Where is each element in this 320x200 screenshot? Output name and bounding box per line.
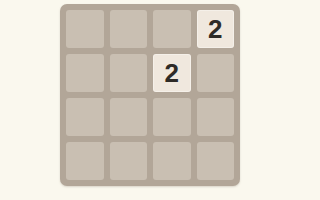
empty-cell-r2c0 xyxy=(66,98,104,136)
empty-cell-r1c3 xyxy=(197,54,235,92)
game-board-2048[interactable]: 22 xyxy=(60,4,240,186)
empty-cell-r1c0 xyxy=(66,54,104,92)
empty-cell-r1c1 xyxy=(110,54,148,92)
empty-cell-r0c2 xyxy=(153,10,191,48)
empty-cell-r3c3 xyxy=(197,142,235,180)
empty-cell-r3c0 xyxy=(66,142,104,180)
empty-cell-r2c3 xyxy=(197,98,235,136)
empty-cell-r2c1 xyxy=(110,98,148,136)
tile-2-r1c2: 2 xyxy=(153,54,191,92)
empty-cell-r3c1 xyxy=(110,142,148,180)
empty-cell-r2c2 xyxy=(153,98,191,136)
tile-2-r0c3: 2 xyxy=(197,10,235,48)
empty-cell-r0c1 xyxy=(110,10,148,48)
empty-cell-r3c2 xyxy=(153,142,191,180)
empty-cell-r0c0 xyxy=(66,10,104,48)
